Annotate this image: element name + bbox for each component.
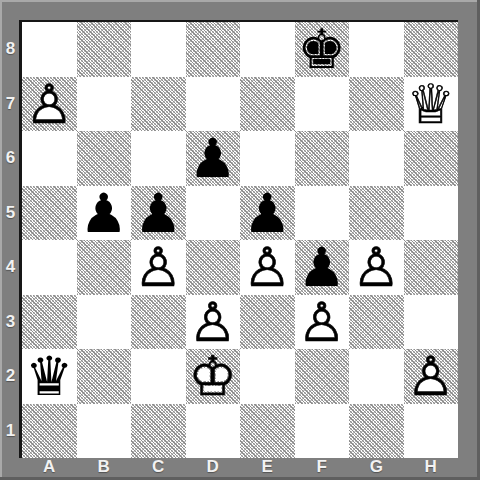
square-d5[interactable] bbox=[186, 186, 241, 241]
square-a3[interactable] bbox=[22, 295, 77, 350]
square-g1[interactable] bbox=[349, 404, 404, 459]
square-g8[interactable] bbox=[349, 22, 404, 77]
piece-black-pawn[interactable]: ♟ bbox=[186, 131, 241, 186]
square-b3[interactable] bbox=[77, 295, 132, 350]
square-g2[interactable] bbox=[349, 349, 404, 404]
file-label-c: C bbox=[131, 457, 186, 477]
file-label-b: B bbox=[77, 457, 132, 477]
piece-black-pawn[interactable]: ♟ bbox=[77, 186, 132, 241]
square-b6[interactable] bbox=[77, 131, 132, 186]
square-g3[interactable] bbox=[349, 295, 404, 350]
square-g5[interactable] bbox=[349, 186, 404, 241]
file-label-h: H bbox=[404, 457, 459, 477]
square-a5[interactable] bbox=[22, 186, 77, 241]
square-c6[interactable] bbox=[131, 131, 186, 186]
square-b2[interactable] bbox=[77, 349, 132, 404]
piece-white-pawn[interactable]: ♟♙ bbox=[349, 240, 404, 295]
piece-outline-layer: ♙ bbox=[22, 78, 77, 133]
rank-label-4: 4 bbox=[2, 240, 19, 295]
square-b5[interactable]: ♟ bbox=[77, 186, 132, 241]
square-d2[interactable]: ♚♔ bbox=[186, 349, 241, 404]
square-c5[interactable]: ♟ bbox=[131, 186, 186, 241]
square-e5[interactable]: ♟ bbox=[240, 186, 295, 241]
square-d3[interactable]: ♟♙ bbox=[186, 295, 241, 350]
piece-white-pawn[interactable]: ♟♙ bbox=[22, 77, 77, 132]
square-a4[interactable] bbox=[22, 240, 77, 295]
file-label-g: G bbox=[349, 457, 404, 477]
piece-outline-layer: ♙ bbox=[295, 296, 350, 351]
square-h6[interactable] bbox=[404, 131, 459, 186]
piece-black-king[interactable]: ♚ bbox=[295, 22, 350, 77]
rank-label-6: 6 bbox=[2, 131, 19, 186]
square-a2[interactable]: ♛ bbox=[22, 349, 77, 404]
square-h2[interactable]: ♟♙ bbox=[404, 349, 459, 404]
piece-outline-layer: ♙ bbox=[240, 241, 295, 296]
square-h1[interactable] bbox=[404, 404, 459, 459]
piece-glyph: ♟ bbox=[77, 187, 132, 242]
square-h8[interactable] bbox=[404, 22, 459, 77]
file-label-a: A bbox=[22, 457, 77, 477]
piece-white-pawn[interactable]: ♟♙ bbox=[404, 349, 459, 404]
square-g4[interactable]: ♟♙ bbox=[349, 240, 404, 295]
square-a7[interactable]: ♟♙ bbox=[22, 77, 77, 132]
rank-label-1: 1 bbox=[2, 404, 19, 459]
piece-glyph: ♛ bbox=[22, 350, 77, 405]
square-b8[interactable] bbox=[77, 22, 132, 77]
square-d1[interactable] bbox=[186, 404, 241, 459]
square-a8[interactable] bbox=[22, 22, 77, 77]
square-c2[interactable] bbox=[131, 349, 186, 404]
piece-outline-layer: ♕ bbox=[404, 78, 459, 133]
rank-label-5: 5 bbox=[2, 186, 19, 241]
file-label-f: F bbox=[295, 457, 350, 477]
square-d6[interactable]: ♟ bbox=[186, 131, 241, 186]
file-label-e: E bbox=[240, 457, 295, 477]
square-a1[interactable] bbox=[22, 404, 77, 459]
piece-outline-layer: ♙ bbox=[131, 241, 186, 296]
piece-outline-layer: ♙ bbox=[349, 241, 404, 296]
rank-labels: 8 7 6 5 4 3 2 1 bbox=[2, 22, 19, 458]
square-f7[interactable] bbox=[295, 77, 350, 132]
file-labels: A B C D E F G H bbox=[22, 457, 458, 477]
square-c1[interactable] bbox=[131, 404, 186, 459]
piece-outline-layer: ♙ bbox=[404, 350, 459, 405]
square-h5[interactable] bbox=[404, 186, 459, 241]
square-h4[interactable] bbox=[404, 240, 459, 295]
rank-label-3: 3 bbox=[2, 295, 19, 350]
square-f8[interactable]: ♚ bbox=[295, 22, 350, 77]
piece-glyph: ♟ bbox=[186, 132, 241, 187]
piece-white-pawn[interactable]: ♟♙ bbox=[131, 240, 186, 295]
piece-black-queen[interactable]: ♛ bbox=[22, 349, 77, 404]
square-e1[interactable] bbox=[240, 404, 295, 459]
square-e3[interactable] bbox=[240, 295, 295, 350]
square-c8[interactable] bbox=[131, 22, 186, 77]
square-f3[interactable]: ♟♙ bbox=[295, 295, 350, 350]
piece-white-queen[interactable]: ♛♕ bbox=[404, 77, 459, 132]
square-f2[interactable] bbox=[295, 349, 350, 404]
chess-board: ♚♟♙♛♕♟♟♟♟♟♙♟♙♟♟♙♟♙♟♙♛♚♔♟♙ bbox=[19, 20, 458, 458]
square-a6[interactable] bbox=[22, 131, 77, 186]
square-h7[interactable]: ♛♕ bbox=[404, 77, 459, 132]
square-b1[interactable] bbox=[77, 404, 132, 459]
piece-black-pawn[interactable]: ♟ bbox=[295, 240, 350, 295]
square-f5[interactable] bbox=[295, 186, 350, 241]
square-f4[interactable]: ♟ bbox=[295, 240, 350, 295]
piece-white-pawn[interactable]: ♟♙ bbox=[295, 295, 350, 350]
piece-white-pawn[interactable]: ♟♙ bbox=[240, 240, 295, 295]
piece-white-pawn[interactable]: ♟♙ bbox=[186, 295, 241, 350]
piece-glyph: ♟ bbox=[240, 187, 295, 242]
rank-label-2: 2 bbox=[2, 349, 19, 404]
square-c3[interactable] bbox=[131, 295, 186, 350]
piece-black-pawn[interactable]: ♟ bbox=[131, 186, 186, 241]
square-g6[interactable] bbox=[349, 131, 404, 186]
board-frame: ♚♟♙♛♕♟♟♟♟♟♙♟♙♟♟♙♟♙♟♙♛♚♔♟♙ 8 7 6 5 4 3 2 … bbox=[0, 0, 480, 480]
piece-black-pawn[interactable]: ♟ bbox=[240, 186, 295, 241]
square-h3[interactable] bbox=[404, 295, 459, 350]
frame-bevel-top bbox=[0, 0, 480, 2]
square-d8[interactable] bbox=[186, 22, 241, 77]
piece-outline-layer: ♔ bbox=[186, 350, 241, 405]
square-d4[interactable] bbox=[186, 240, 241, 295]
square-c7[interactable] bbox=[131, 77, 186, 132]
piece-outline-layer: ♙ bbox=[186, 296, 241, 351]
square-e8[interactable] bbox=[240, 22, 295, 77]
square-c4[interactable]: ♟♙ bbox=[131, 240, 186, 295]
square-e6[interactable] bbox=[240, 131, 295, 186]
piece-glyph: ♚ bbox=[295, 23, 350, 78]
square-f6[interactable] bbox=[295, 131, 350, 186]
square-f1[interactable] bbox=[295, 404, 350, 459]
square-e2[interactable] bbox=[240, 349, 295, 404]
square-e4[interactable]: ♟♙ bbox=[240, 240, 295, 295]
file-label-d: D bbox=[186, 457, 241, 477]
square-b7[interactable] bbox=[77, 77, 132, 132]
square-b4[interactable] bbox=[77, 240, 132, 295]
square-d7[interactable] bbox=[186, 77, 241, 132]
square-e7[interactable] bbox=[240, 77, 295, 132]
piece-glyph: ♟ bbox=[295, 241, 350, 296]
piece-glyph: ♟ bbox=[131, 187, 186, 242]
piece-white-king[interactable]: ♚♔ bbox=[186, 349, 241, 404]
rank-label-8: 8 bbox=[2, 22, 19, 77]
square-g7[interactable] bbox=[349, 77, 404, 132]
rank-label-7: 7 bbox=[2, 77, 19, 132]
